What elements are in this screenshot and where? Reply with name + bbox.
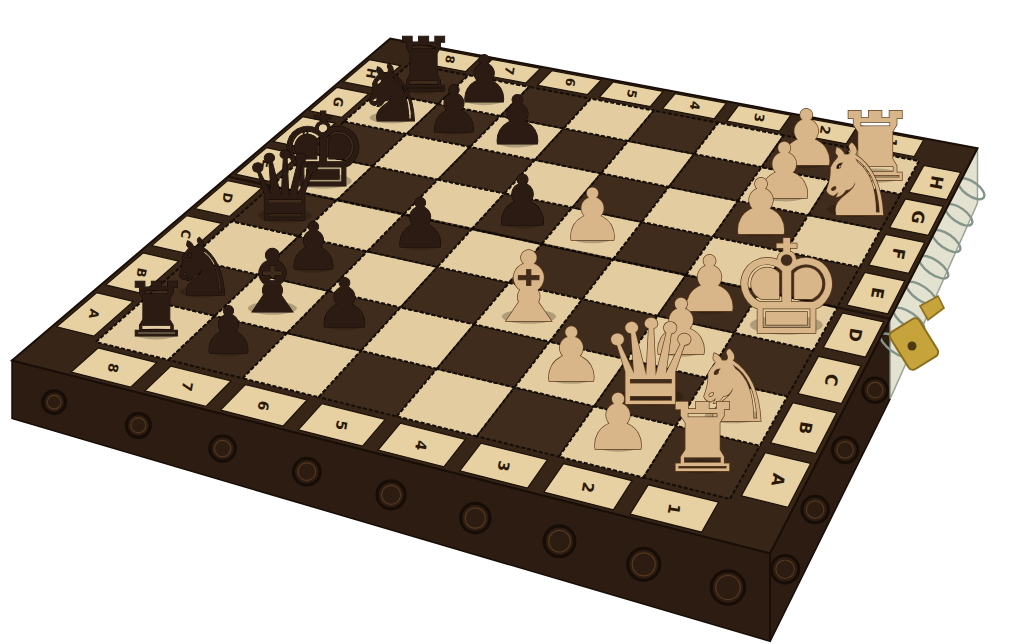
chess-set-photo: chess AA88BB77CC66DD55EE44FF33GG22HH11♜♟…: [0, 0, 1024, 644]
piece-black-pawn-g7: ♟: [425, 72, 483, 147]
piece-black-pawn-d6: ♟: [390, 184, 451, 263]
piece-white-pawn-a2: ♟: [584, 378, 653, 467]
piece-black-pawn-g6: ♟: [487, 81, 548, 160]
piece-black-pawn-e5: ♟: [491, 160, 554, 242]
piece-black-rook-a8: ♜: [122, 266, 189, 354]
chessboard: AA88BB77CC66DD55EE44FF33GG22HH11♜♟♞♟♟♟♜♚…: [0, 0, 1024, 644]
piece-white-rook-a1: ♜: [660, 383, 745, 493]
piece-black-pawn-a7: ♟: [199, 293, 257, 368]
piece-black-pawn-b6: ♟: [314, 264, 375, 343]
clasp-hole: [908, 342, 917, 351]
